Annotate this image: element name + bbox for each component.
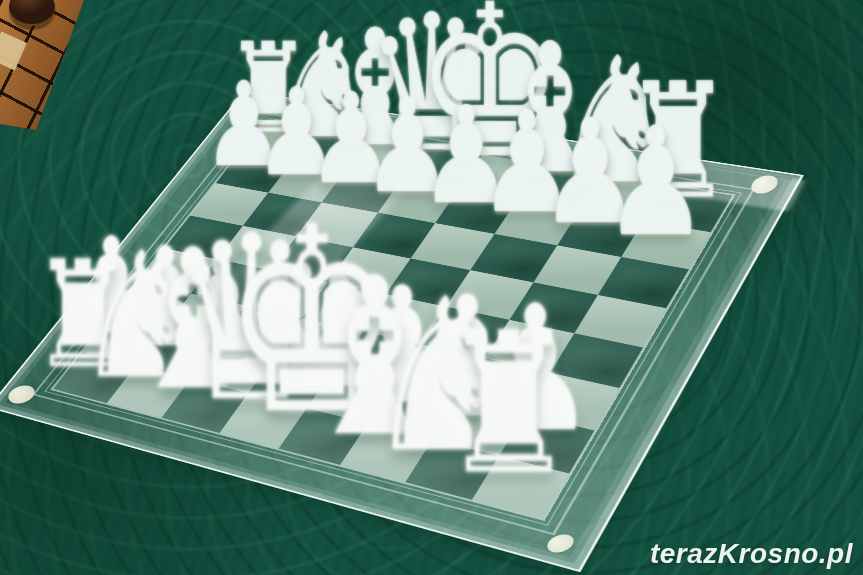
photo-stage: ♜♞♝♛♚♝♞♜♟♟♟♟♟♟♟♟♟♟♟♟♟♟♟♟♜♞♝♛♚♝♞♜ terazKr… [0,0,863,575]
watermark: terazKrosno.pl [650,538,853,570]
watermark-text: terazKrosno.pl [650,538,853,569]
